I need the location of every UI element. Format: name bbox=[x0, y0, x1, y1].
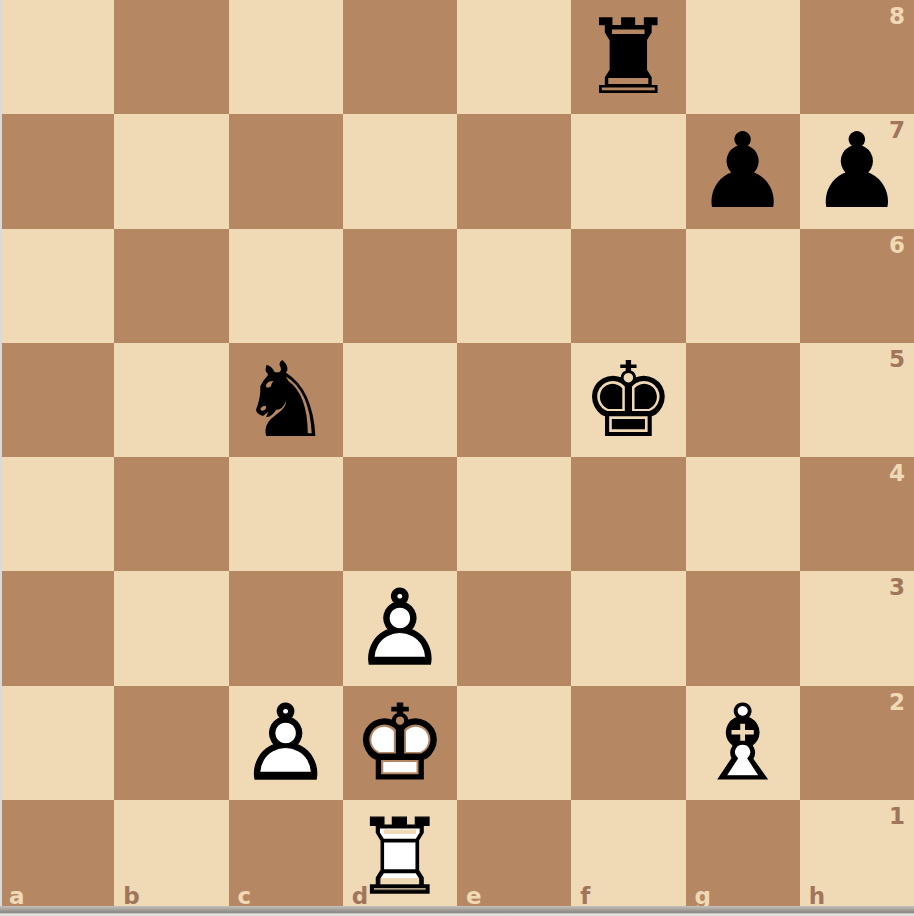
square-e8[interactable] bbox=[457, 0, 571, 114]
piece-glyph: ♜ bbox=[582, 0, 675, 118]
square-h2[interactable]: 2 bbox=[800, 686, 914, 800]
square-c3[interactable] bbox=[229, 571, 343, 685]
square-d1[interactable]: d♜♖ bbox=[343, 800, 457, 914]
window-edge-bottom bbox=[0, 906, 914, 916]
square-b6[interactable] bbox=[114, 229, 228, 343]
square-f7[interactable] bbox=[571, 114, 685, 228]
square-g4[interactable] bbox=[686, 457, 800, 571]
piece-black-pawn[interactable]: ♟ bbox=[686, 114, 800, 228]
rank-label-3: 3 bbox=[889, 576, 905, 599]
square-e2[interactable] bbox=[457, 686, 571, 800]
square-a1[interactable]: a bbox=[0, 800, 114, 914]
square-a4[interactable] bbox=[0, 457, 114, 571]
file-label-f: f bbox=[580, 885, 590, 908]
piece-glyph-stack: ♜♖ bbox=[353, 805, 446, 909]
square-e5[interactable] bbox=[457, 343, 571, 457]
square-f6[interactable] bbox=[571, 229, 685, 343]
file-label-a: a bbox=[9, 885, 25, 908]
square-e1[interactable]: e bbox=[457, 800, 571, 914]
square-h7[interactable]: 7♟ bbox=[800, 114, 914, 228]
piece-white-rook[interactable]: ♜♖ bbox=[343, 800, 457, 914]
piece-black-king[interactable]: ♚ bbox=[571, 343, 685, 457]
piece-glyph: ♞ bbox=[239, 339, 332, 461]
piece-glyph-stack: ♟ bbox=[696, 119, 789, 223]
rank-label-2: 2 bbox=[889, 691, 905, 714]
square-d8[interactable] bbox=[343, 0, 457, 114]
piece-glyph-outline: ♖ bbox=[353, 796, 446, 916]
square-a6[interactable] bbox=[0, 229, 114, 343]
square-h1[interactable]: h1 bbox=[800, 800, 914, 914]
square-d3[interactable]: ♟♙ bbox=[343, 571, 457, 685]
square-g6[interactable] bbox=[686, 229, 800, 343]
square-g1[interactable]: g bbox=[686, 800, 800, 914]
square-f5[interactable]: ♚ bbox=[571, 343, 685, 457]
square-c1[interactable]: c bbox=[229, 800, 343, 914]
square-a2[interactable] bbox=[0, 686, 114, 800]
file-label-g: g bbox=[695, 885, 711, 908]
piece-glyph: ♟ bbox=[810, 110, 903, 232]
piece-black-knight[interactable]: ♞ bbox=[229, 343, 343, 457]
piece-glyph-outline: ♔ bbox=[353, 682, 446, 804]
piece-glyph-stack: ♝♗ bbox=[696, 691, 789, 795]
square-b1[interactable]: b bbox=[114, 800, 228, 914]
square-f4[interactable] bbox=[571, 457, 685, 571]
piece-glyph-stack: ♟ bbox=[810, 119, 903, 223]
square-d7[interactable] bbox=[343, 114, 457, 228]
square-f1[interactable]: f bbox=[571, 800, 685, 914]
square-d2[interactable]: ♚♔ bbox=[343, 686, 457, 800]
square-b4[interactable] bbox=[114, 457, 228, 571]
file-label-c: c bbox=[238, 885, 252, 908]
piece-black-rook[interactable]: ♜ bbox=[571, 0, 685, 114]
square-g7[interactable]: ♟ bbox=[686, 114, 800, 228]
square-b2[interactable] bbox=[114, 686, 228, 800]
square-d6[interactable] bbox=[343, 229, 457, 343]
square-b8[interactable] bbox=[114, 0, 228, 114]
square-h6[interactable]: 6 bbox=[800, 229, 914, 343]
square-g5[interactable] bbox=[686, 343, 800, 457]
square-c6[interactable] bbox=[229, 229, 343, 343]
piece-glyph-outline: ♙ bbox=[239, 682, 332, 804]
square-c4[interactable] bbox=[229, 457, 343, 571]
rank-label-4: 4 bbox=[889, 462, 905, 485]
square-e3[interactable] bbox=[457, 571, 571, 685]
piece-glyph-stack: ♟♙ bbox=[353, 576, 446, 680]
square-a8[interactable] bbox=[0, 0, 114, 114]
rank-label-1: 1 bbox=[889, 805, 905, 828]
square-f2[interactable] bbox=[571, 686, 685, 800]
rank-label-8: 8 bbox=[889, 5, 905, 28]
square-a3[interactable] bbox=[0, 571, 114, 685]
piece-white-bishop[interactable]: ♝♗ bbox=[686, 686, 800, 800]
square-b3[interactable] bbox=[114, 571, 228, 685]
square-h4[interactable]: 4 bbox=[800, 457, 914, 571]
square-f8[interactable]: ♜ bbox=[571, 0, 685, 114]
square-a5[interactable] bbox=[0, 343, 114, 457]
piece-glyph-stack: ♜ bbox=[582, 5, 675, 109]
file-label-h: h bbox=[809, 885, 825, 908]
piece-white-pawn[interactable]: ♟♙ bbox=[343, 571, 457, 685]
square-d5[interactable] bbox=[343, 343, 457, 457]
square-b7[interactable] bbox=[114, 114, 228, 228]
square-g8[interactable] bbox=[686, 0, 800, 114]
piece-glyph-outline: ♙ bbox=[353, 567, 446, 689]
square-a7[interactable] bbox=[0, 114, 114, 228]
piece-glyph-stack: ♞ bbox=[239, 348, 332, 452]
piece-glyph: ♟ bbox=[696, 110, 789, 232]
piece-glyph-stack: ♚ bbox=[582, 348, 675, 452]
square-g2[interactable]: ♝♗ bbox=[686, 686, 800, 800]
piece-white-pawn[interactable]: ♟♙ bbox=[229, 686, 343, 800]
square-h5[interactable]: 5 bbox=[800, 343, 914, 457]
window-edge-left bbox=[0, 0, 2, 914]
square-e4[interactable] bbox=[457, 457, 571, 571]
square-e7[interactable] bbox=[457, 114, 571, 228]
square-c2[interactable]: ♟♙ bbox=[229, 686, 343, 800]
square-c5[interactable]: ♞ bbox=[229, 343, 343, 457]
square-c7[interactable] bbox=[229, 114, 343, 228]
file-label-e: e bbox=[466, 885, 482, 908]
square-b5[interactable] bbox=[114, 343, 228, 457]
square-c8[interactable] bbox=[229, 0, 343, 114]
piece-glyph-stack: ♚♔ bbox=[353, 691, 446, 795]
piece-black-pawn[interactable]: ♟ bbox=[800, 114, 914, 228]
chess-board: ♜8♟7♟6♞♚54♟♙3♟♙♚♔♝♗2abcd♜♖efgh1 bbox=[0, 0, 914, 914]
square-e6[interactable] bbox=[457, 229, 571, 343]
file-label-b: b bbox=[123, 885, 139, 908]
piece-white-king[interactable]: ♚♔ bbox=[343, 686, 457, 800]
square-h8[interactable]: 8 bbox=[800, 0, 914, 114]
piece-glyph-stack: ♟♙ bbox=[239, 691, 332, 795]
square-h3[interactable]: 3 bbox=[800, 571, 914, 685]
square-d4[interactable] bbox=[343, 457, 457, 571]
square-f3[interactable] bbox=[571, 571, 685, 685]
piece-glyph: ♚ bbox=[582, 339, 675, 461]
piece-glyph-outline: ♗ bbox=[696, 682, 789, 804]
rank-label-6: 6 bbox=[889, 234, 905, 257]
rank-label-5: 5 bbox=[889, 348, 905, 371]
square-g3[interactable] bbox=[686, 571, 800, 685]
chess-app-window: ♜8♟7♟6♞♚54♟♙3♟♙♚♔♝♗2abcd♜♖efgh1 bbox=[0, 0, 914, 916]
